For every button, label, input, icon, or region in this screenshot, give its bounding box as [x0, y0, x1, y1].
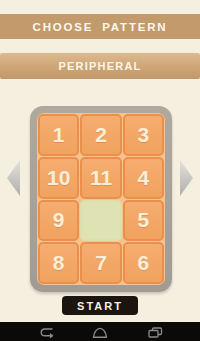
home-icon	[91, 325, 109, 339]
right-arrow-icon	[179, 159, 193, 197]
previous-pattern-button[interactable]	[7, 159, 21, 197]
page-title: CHOOSE PATTERN	[33, 21, 168, 33]
android-navigation-bar	[0, 322, 200, 341]
start-button-label: START	[77, 300, 123, 312]
puzzle-board: 1 2 3 10 11 4 9 5 8 7 6	[37, 113, 165, 285]
next-pattern-button[interactable]	[179, 159, 193, 197]
tile-10: 10	[38, 157, 79, 199]
tile-11: 11	[80, 157, 121, 199]
tile-2: 2	[80, 114, 121, 156]
tile-7: 7	[80, 242, 121, 284]
tile-9: 9	[38, 200, 79, 242]
tile-6: 6	[123, 242, 164, 284]
puzzle-board-frame: 1 2 3 10 11 4 9 5 8 7 6	[30, 106, 172, 292]
tile-3: 3	[123, 114, 164, 156]
back-button[interactable]	[37, 324, 55, 339]
choose-pattern-screen: CHOOSE PATTERN PERIPHERAL 1 2	[0, 0, 200, 341]
back-icon	[38, 325, 54, 339]
recents-button[interactable]	[146, 324, 164, 339]
pattern-name-bar: PERIPHERAL	[0, 53, 200, 79]
start-button[interactable]: START	[62, 296, 138, 315]
selected-pattern-label: PERIPHERAL	[59, 60, 142, 72]
tile-8: 8	[38, 242, 79, 284]
tile-1: 1	[38, 114, 79, 156]
tile-5: 5	[123, 200, 164, 242]
recents-icon	[147, 325, 163, 339]
title-bar: CHOOSE PATTERN	[0, 14, 200, 39]
tile-4: 4	[123, 157, 164, 199]
empty-cell	[80, 200, 121, 242]
home-button[interactable]	[91, 324, 109, 339]
left-arrow-icon	[7, 159, 21, 197]
